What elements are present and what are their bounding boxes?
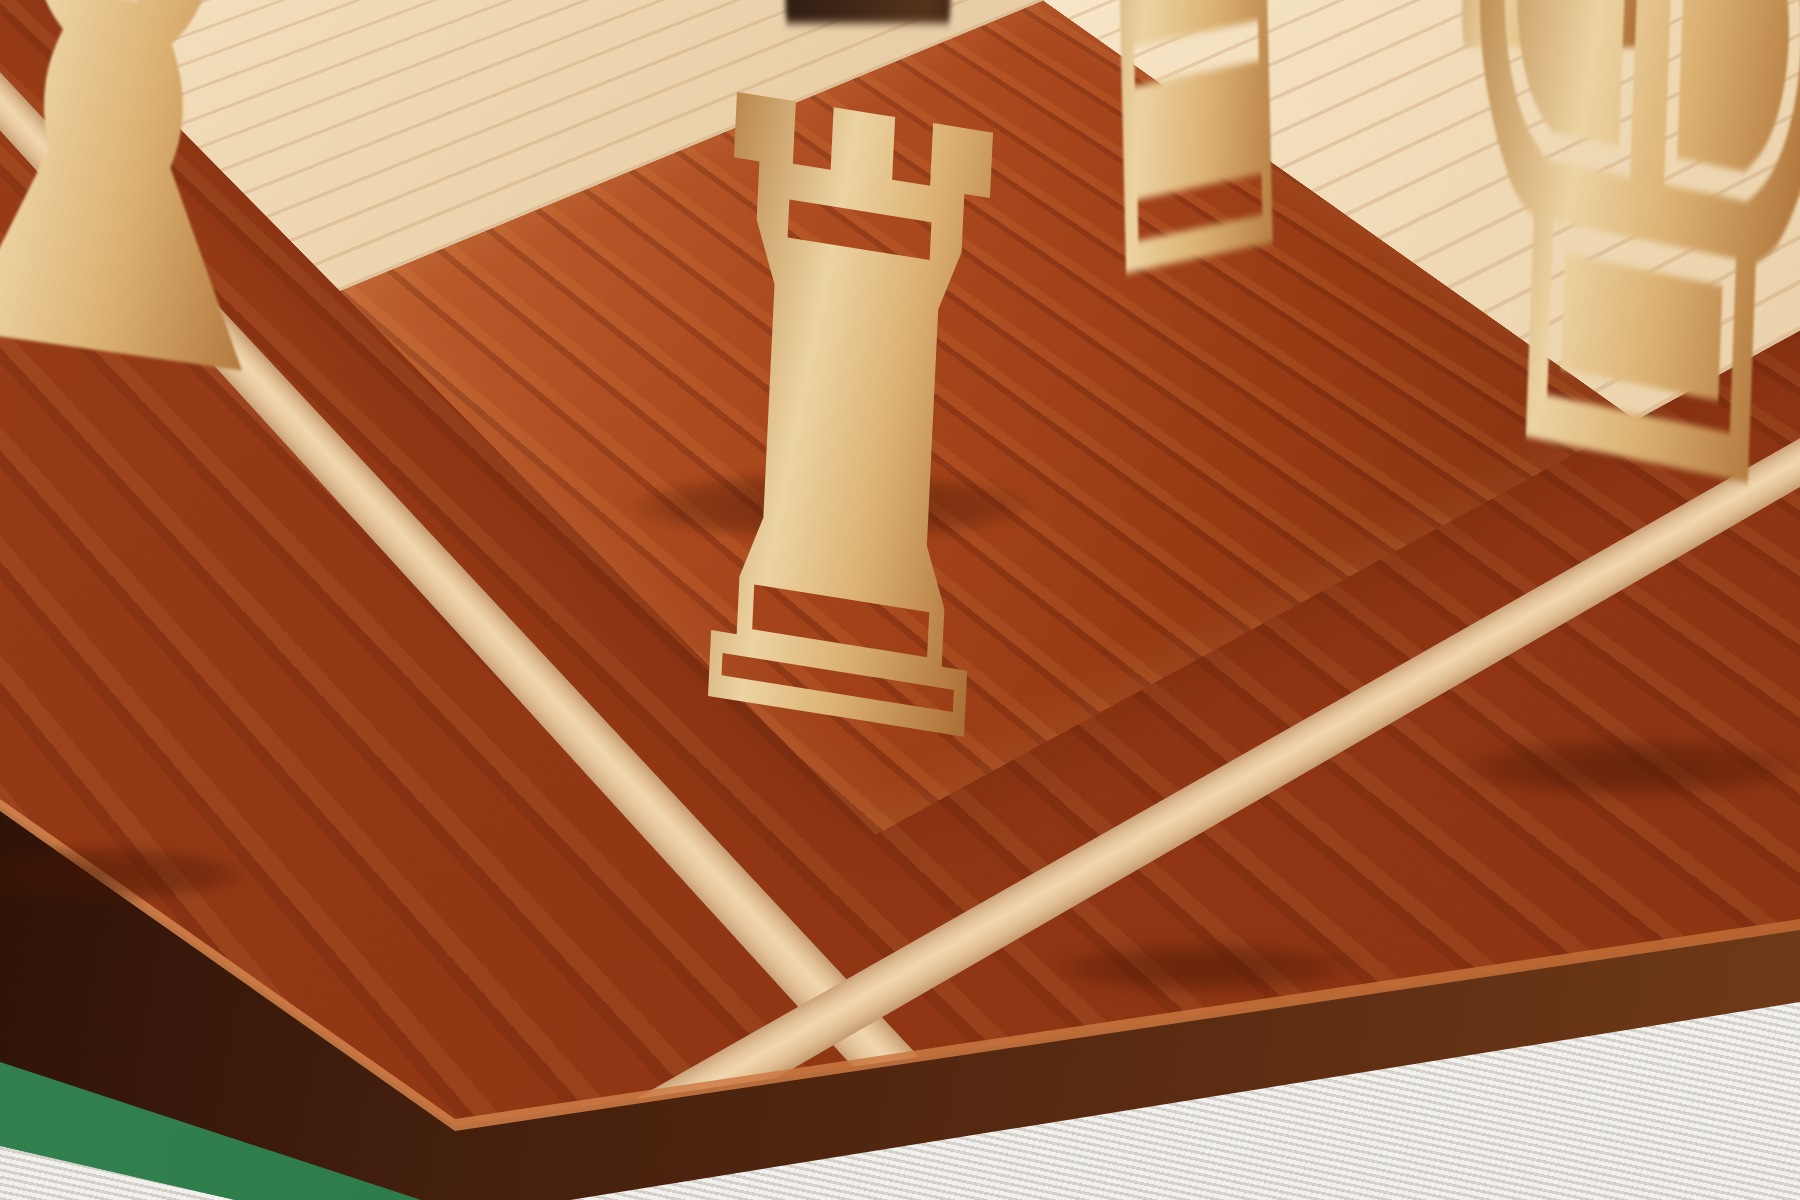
piece-white-queen[interactable]: ♛ bbox=[1024, 0, 1361, 453]
white-queen-shadow bbox=[1055, 942, 1355, 994]
piece-white-bishop[interactable]: ♝ bbox=[0, 0, 416, 539]
photo-canvas: ♟♛♟♚♝♜ bbox=[0, 0, 1800, 1200]
piece-white-king[interactable]: ♚ bbox=[1409, 0, 1800, 687]
piece-white-rook[interactable]: ♜ bbox=[626, 0, 1073, 875]
